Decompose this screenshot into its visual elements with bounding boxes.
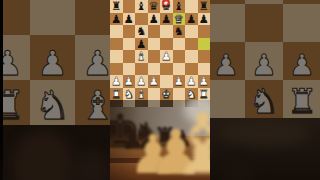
square-b6 bbox=[123, 25, 136, 38]
square-d8: ♛ bbox=[148, 0, 161, 13]
square-g7: ♟ bbox=[185, 13, 198, 26]
square-b8 bbox=[123, 0, 136, 13]
white-P-piece-h2: ♟ bbox=[198, 75, 211, 88]
black-R-piece-h8: ♜ bbox=[198, 0, 211, 13]
white-P-piece-a2: ♟ bbox=[110, 75, 123, 88]
square-a5 bbox=[110, 38, 123, 51]
square-b2: ♟ bbox=[123, 75, 136, 88]
square-f2: ♟ bbox=[173, 75, 186, 88]
photo-vignette bbox=[110, 100, 210, 180]
black-P-piece-g7: ♟ bbox=[185, 13, 198, 26]
chess-board: ♜♝♛♚#♝♜♟♟♟♟♛♟♟♞♞♟♝♟♟♟♟♟♟♟♟♜♞♝♚♞♜ bbox=[110, 0, 210, 100]
square-h5 bbox=[198, 38, 211, 51]
black-Q-piece-d8: ♛ bbox=[148, 0, 161, 13]
white-R-piece-a1: ♜ bbox=[110, 88, 123, 101]
black-P-piece-d7: ♟ bbox=[148, 13, 161, 26]
black-P-piece-a7: ♟ bbox=[110, 13, 123, 26]
square-h6 bbox=[198, 25, 211, 38]
white-P-piece-e4: ♟ bbox=[160, 50, 173, 63]
checkmate-badge: # bbox=[162, 0, 169, 6]
square-a1: ♜ bbox=[110, 88, 123, 101]
square-g6 bbox=[185, 25, 198, 38]
square-f6: ♞ bbox=[173, 25, 186, 38]
white-B-piece-c4: ♝ bbox=[135, 50, 148, 63]
square-d2: ♟ bbox=[148, 75, 161, 88]
square-a6 bbox=[110, 25, 123, 38]
square-g4 bbox=[185, 50, 198, 63]
black-P-piece-h7: ♟ bbox=[198, 13, 211, 26]
square-e6 bbox=[160, 25, 173, 38]
white-B-piece-c1: ♝ bbox=[135, 88, 148, 101]
square-h4 bbox=[198, 50, 211, 63]
chess-photo: ♚♟♞♜♟♟♟♝ bbox=[110, 100, 210, 180]
square-f4 bbox=[173, 50, 186, 63]
black-N-piece-f6: ♞ bbox=[173, 25, 186, 38]
black-R-piece-a8: ♜ bbox=[110, 0, 123, 13]
square-d1 bbox=[148, 88, 161, 101]
square-e8: ♚# bbox=[160, 0, 173, 13]
square-h7: ♟ bbox=[198, 13, 211, 26]
square-f1 bbox=[173, 88, 186, 101]
square-d5 bbox=[148, 38, 161, 51]
dim-overlay bbox=[0, 0, 110, 180]
frame-edge bbox=[0, 0, 3, 180]
square-c2: ♟ bbox=[135, 75, 148, 88]
white-P-piece-f2: ♟ bbox=[173, 75, 186, 88]
square-e7: ♟ bbox=[160, 13, 173, 26]
white-P-piece-g2: ♟ bbox=[185, 75, 198, 88]
square-b5 bbox=[123, 38, 136, 51]
square-a7: ♟ bbox=[110, 13, 123, 26]
white-N-piece-g1: ♞ bbox=[185, 88, 198, 101]
square-a8: ♜ bbox=[110, 0, 123, 13]
square-g8 bbox=[185, 0, 198, 13]
blurred-background-left: ♟♟♟♜♞♝ bbox=[0, 0, 110, 180]
square-g5 bbox=[185, 38, 198, 51]
square-e4: ♟ bbox=[160, 50, 173, 63]
square-a4 bbox=[110, 50, 123, 63]
blurred-background-right: ♟♟♟♞♜ bbox=[210, 0, 320, 180]
white-N-piece-b1: ♞ bbox=[123, 88, 136, 101]
square-d7: ♟ bbox=[148, 13, 161, 26]
black-B-piece-c8: ♝ bbox=[135, 0, 148, 13]
black-B-piece-f8: ♝ bbox=[173, 0, 186, 13]
square-d6 bbox=[148, 25, 161, 38]
square-c8: ♝ bbox=[135, 0, 148, 13]
square-c1: ♝ bbox=[135, 88, 148, 101]
square-c6: ♞ bbox=[135, 25, 148, 38]
white-K-piece-e1: ♚ bbox=[160, 88, 173, 101]
square-e1: ♚ bbox=[160, 88, 173, 101]
square-f8: ♝ bbox=[173, 0, 186, 13]
black-N-piece-c6: ♞ bbox=[135, 25, 148, 38]
square-h8: ♜ bbox=[198, 0, 211, 13]
square-h1: ♜ bbox=[198, 88, 211, 101]
square-f5 bbox=[173, 38, 186, 51]
white-P-piece-c2: ♟ bbox=[135, 75, 148, 88]
black-P-piece-e7: ♟ bbox=[160, 13, 173, 26]
square-a2: ♟ bbox=[110, 75, 123, 88]
square-h2: ♟ bbox=[198, 75, 211, 88]
square-e3 bbox=[160, 63, 173, 76]
square-b1: ♞ bbox=[123, 88, 136, 101]
white-R-piece-h1: ♜ bbox=[198, 88, 211, 101]
square-b7: ♟ bbox=[123, 13, 136, 26]
square-e2 bbox=[160, 75, 173, 88]
square-d4 bbox=[148, 50, 161, 63]
square-g1: ♞ bbox=[185, 88, 198, 101]
black-P-piece-b7: ♟ bbox=[123, 13, 136, 26]
white-P-piece-b2: ♟ bbox=[123, 75, 136, 88]
square-c4: ♝ bbox=[135, 50, 148, 63]
square-g2: ♟ bbox=[185, 75, 198, 88]
dim-overlay bbox=[210, 0, 320, 180]
video-frame: ♟♟♟♜♞♝ ♟♟♟♞♜ ♜♝♛♚#♝♜♟♟♟♟♛♟♟♞♞♟♝♟♟♟♟♟♟♟♟♜… bbox=[0, 0, 320, 180]
square-b4 bbox=[123, 50, 136, 63]
white-P-piece-d2: ♟ bbox=[148, 75, 161, 88]
